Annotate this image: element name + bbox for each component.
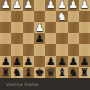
white-pawn-piece[interactable]: ♟	[1, 0, 11, 11]
square-g4[interactable]	[11, 22, 22, 33]
square-c8[interactable]: ♝	[56, 67, 67, 78]
square-h5[interactable]	[0, 33, 11, 44]
opening-name-label: Vienna Game	[6, 82, 39, 87]
square-c5[interactable]	[56, 33, 67, 44]
chess-board[interactable]: ♜♞♝♚♛♝♜♟♟♟♟♟♟♟♞♟♟♟♟♟♟♟♟♟♜♞♝♚♛♝♞♜	[0, 0, 90, 78]
square-h2[interactable]: ♟	[0, 0, 11, 11]
square-d8[interactable]: ♛	[45, 67, 56, 78]
square-b4[interactable]	[68, 22, 79, 33]
square-h6[interactable]	[0, 44, 11, 55]
square-g5[interactable]	[11, 33, 22, 44]
square-c3[interactable]: ♞	[56, 11, 67, 22]
square-a8[interactable]: ♜	[79, 67, 90, 78]
black-pawn-piece[interactable]: ♟	[35, 33, 45, 44]
square-h4[interactable]	[0, 22, 11, 33]
black-knight-piece[interactable]: ♞	[12, 67, 22, 78]
square-g3[interactable]	[11, 11, 22, 22]
square-b6[interactable]	[68, 44, 79, 55]
square-c4[interactable]	[56, 22, 67, 33]
black-bishop-piece[interactable]: ♝	[57, 67, 67, 78]
square-a2[interactable]: ♟	[79, 0, 90, 11]
square-h3[interactable]	[0, 11, 11, 22]
square-d2[interactable]: ♟	[45, 0, 56, 11]
white-pawn-piece[interactable]: ♟	[46, 0, 56, 11]
black-rook-piece[interactable]: ♜	[80, 67, 90, 78]
square-f5[interactable]	[23, 33, 34, 44]
square-a4[interactable]	[79, 22, 90, 33]
square-d4[interactable]	[45, 22, 56, 33]
square-f2[interactable]: ♟	[23, 0, 34, 11]
square-b2[interactable]: ♟	[68, 0, 79, 11]
square-a3[interactable]	[79, 11, 90, 22]
black-rook-piece[interactable]: ♜	[1, 67, 11, 78]
square-d6[interactable]	[45, 44, 56, 55]
square-f4[interactable]	[23, 22, 34, 33]
square-a5[interactable]	[79, 33, 90, 44]
white-pawn-piece[interactable]: ♟	[57, 0, 67, 11]
chess-app-frame: ♜♞♝♚♛♝♜♟♟♟♟♟♟♟♞♟♟♟♟♟♟♟♟♟♜♞♝♚♛♝♞♜ Vienna …	[0, 0, 90, 90]
square-b5[interactable]	[68, 33, 79, 44]
square-f6[interactable]	[23, 44, 34, 55]
white-pawn-piece[interactable]: ♟	[12, 0, 22, 11]
black-knight-piece[interactable]: ♞	[68, 67, 78, 78]
square-e2[interactable]	[34, 0, 45, 11]
white-pawn-piece[interactable]: ♟	[68, 0, 78, 11]
white-pawn-piece[interactable]: ♟	[23, 0, 33, 11]
square-d5[interactable]	[45, 33, 56, 44]
square-c6[interactable]	[56, 44, 67, 55]
white-pawn-piece[interactable]: ♟	[80, 0, 90, 11]
black-bishop-piece[interactable]: ♝	[23, 67, 33, 78]
square-e8[interactable]: ♚	[34, 67, 45, 78]
black-queen-piece[interactable]: ♛	[46, 67, 56, 78]
square-c2[interactable]: ♟	[56, 0, 67, 11]
square-h8[interactable]: ♜	[0, 67, 11, 78]
square-e5[interactable]: ♟	[34, 33, 45, 44]
square-b8[interactable]: ♞	[68, 67, 79, 78]
square-b3[interactable]	[68, 11, 79, 22]
square-g2[interactable]: ♟	[11, 0, 22, 11]
square-f3[interactable]	[23, 11, 34, 22]
opening-name-bar: Vienna Game	[0, 78, 90, 90]
white-knight-piece[interactable]: ♞	[57, 11, 67, 22]
square-a6[interactable]	[79, 44, 90, 55]
square-f8[interactable]: ♝	[23, 67, 34, 78]
square-e6[interactable]	[34, 44, 45, 55]
square-d3[interactable]	[45, 11, 56, 22]
square-g8[interactable]: ♞	[11, 67, 22, 78]
black-king-piece[interactable]: ♚	[35, 67, 45, 78]
square-g6[interactable]	[11, 44, 22, 55]
